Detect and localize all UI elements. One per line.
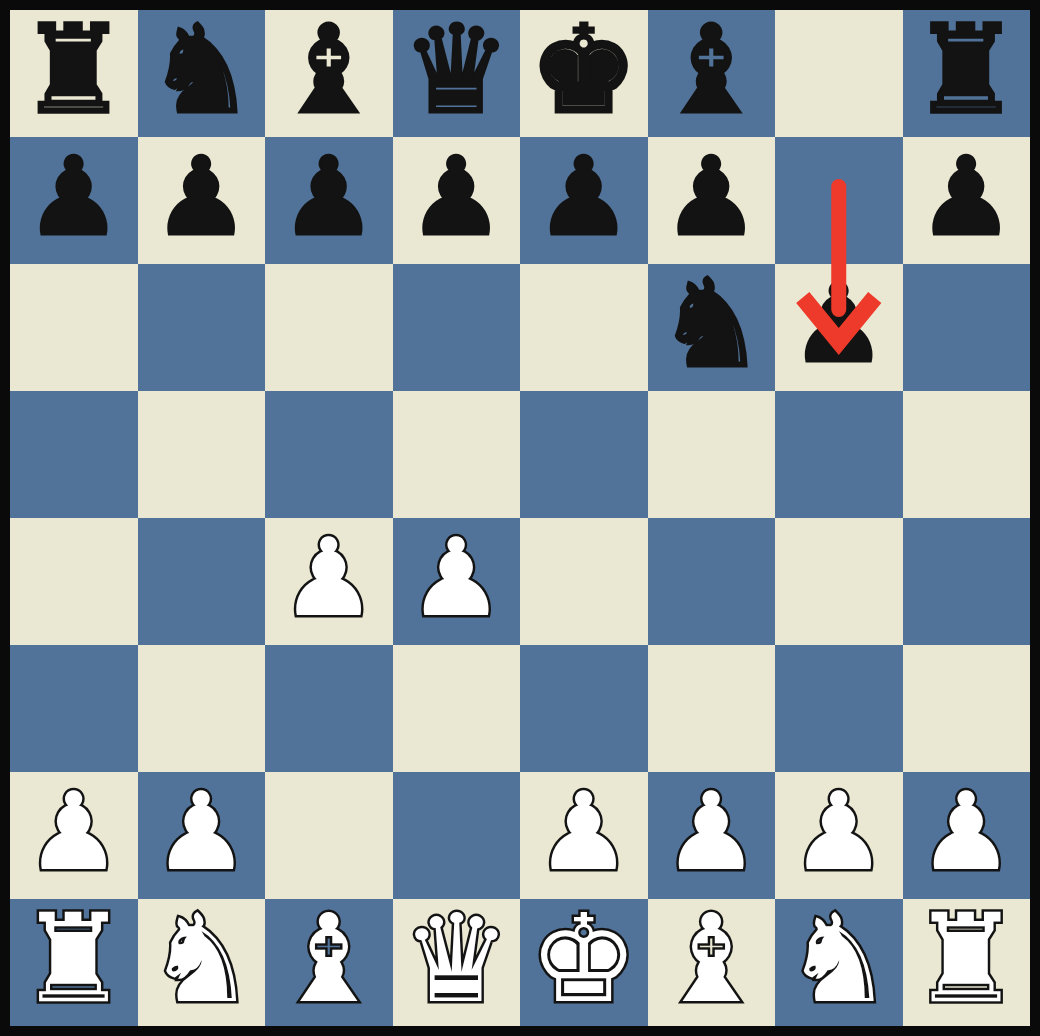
- square-g4[interactable]: [775, 518, 903, 645]
- white-pawn[interactable]: ♟: [25, 778, 122, 886]
- square-a6[interactable]: [10, 264, 138, 391]
- square-g2[interactable]: ♟: [775, 772, 903, 899]
- square-e4[interactable]: [520, 518, 648, 645]
- square-d6[interactable]: [393, 264, 521, 391]
- black-pawn[interactable]: ♟: [153, 143, 250, 251]
- square-d8[interactable]: ♛: [393, 10, 521, 137]
- black-pawn[interactable]: ♟: [25, 143, 122, 251]
- square-f7[interactable]: ♟: [648, 137, 776, 264]
- square-e7[interactable]: ♟: [520, 137, 648, 264]
- square-f3[interactable]: [648, 645, 776, 772]
- square-b4[interactable]: [138, 518, 266, 645]
- square-f6[interactable]: ♞: [648, 264, 776, 391]
- white-pawn[interactable]: ♟: [153, 778, 250, 886]
- black-bishop[interactable]: ♝: [657, 9, 766, 131]
- black-knight[interactable]: ♞: [147, 9, 256, 131]
- square-e2[interactable]: ♟: [520, 772, 648, 899]
- square-c8[interactable]: ♝: [265, 10, 393, 137]
- square-d3[interactable]: [393, 645, 521, 772]
- square-f5[interactable]: [648, 391, 776, 518]
- square-c6[interactable]: [265, 264, 393, 391]
- black-pawn[interactable]: ♟: [663, 143, 760, 251]
- square-h8[interactable]: ♜: [903, 10, 1031, 137]
- square-h4[interactable]: [903, 518, 1031, 645]
- black-pawn[interactable]: ♟: [790, 270, 887, 378]
- white-pawn[interactable]: ♟: [408, 524, 505, 632]
- square-c5[interactable]: [265, 391, 393, 518]
- square-e3[interactable]: [520, 645, 648, 772]
- square-f4[interactable]: [648, 518, 776, 645]
- white-pawn[interactable]: ♟: [918, 778, 1015, 886]
- square-c7[interactable]: ♟: [265, 137, 393, 264]
- black-rook[interactable]: ♜: [912, 9, 1021, 131]
- black-pawn[interactable]: ♟: [280, 143, 377, 251]
- square-b5[interactable]: [138, 391, 266, 518]
- square-c3[interactable]: [265, 645, 393, 772]
- square-f1[interactable]: ♝: [648, 899, 776, 1026]
- white-pawn[interactable]: ♟: [663, 778, 760, 886]
- white-rook[interactable]: ♜: [19, 898, 128, 1020]
- white-pawn[interactable]: ♟: [280, 524, 377, 632]
- black-queen[interactable]: ♛: [402, 9, 511, 131]
- black-pawn[interactable]: ♟: [535, 143, 632, 251]
- square-c2[interactable]: [265, 772, 393, 899]
- square-a5[interactable]: [10, 391, 138, 518]
- square-g8[interactable]: [775, 10, 903, 137]
- square-h5[interactable]: [903, 391, 1031, 518]
- black-knight[interactable]: ♞: [657, 263, 766, 385]
- white-knight[interactable]: ♞: [147, 898, 256, 1020]
- square-b1[interactable]: ♞: [138, 899, 266, 1026]
- square-f8[interactable]: ♝: [648, 10, 776, 137]
- square-g1[interactable]: ♞: [775, 899, 903, 1026]
- black-bishop[interactable]: ♝: [274, 9, 383, 131]
- square-h7[interactable]: ♟: [903, 137, 1031, 264]
- white-pawn[interactable]: ♟: [790, 778, 887, 886]
- square-g7[interactable]: [775, 137, 903, 264]
- square-h2[interactable]: ♟: [903, 772, 1031, 899]
- square-h3[interactable]: [903, 645, 1031, 772]
- square-d1[interactable]: ♛: [393, 899, 521, 1026]
- square-d7[interactable]: ♟: [393, 137, 521, 264]
- square-a2[interactable]: ♟: [10, 772, 138, 899]
- square-d4[interactable]: ♟: [393, 518, 521, 645]
- square-e5[interactable]: [520, 391, 648, 518]
- square-a3[interactable]: [10, 645, 138, 772]
- white-bishop[interactable]: ♝: [274, 898, 383, 1020]
- white-king[interactable]: ♚: [529, 898, 638, 1020]
- square-a4[interactable]: [10, 518, 138, 645]
- white-bishop[interactable]: ♝: [657, 898, 766, 1020]
- square-e8[interactable]: ♚: [520, 10, 648, 137]
- square-h6[interactable]: [903, 264, 1031, 391]
- square-g6[interactable]: ♟: [775, 264, 903, 391]
- black-pawn[interactable]: ♟: [918, 143, 1015, 251]
- square-b7[interactable]: ♟: [138, 137, 266, 264]
- white-knight[interactable]: ♞: [784, 898, 893, 1020]
- square-e1[interactable]: ♚: [520, 899, 648, 1026]
- chess-board: ♜♞♝♛♚♝♜♟♟♟♟♟♟♟♞♟♟♟♟♟♟♟♟♟♜♞♝♛♚♝♞♜: [0, 0, 1040, 1036]
- square-d2[interactable]: [393, 772, 521, 899]
- white-rook[interactable]: ♜: [912, 898, 1021, 1020]
- square-c4[interactable]: ♟: [265, 518, 393, 645]
- white-queen[interactable]: ♛: [402, 898, 511, 1020]
- square-c1[interactable]: ♝: [265, 899, 393, 1026]
- square-a8[interactable]: ♜: [10, 10, 138, 137]
- square-b2[interactable]: ♟: [138, 772, 266, 899]
- black-rook[interactable]: ♜: [19, 9, 128, 131]
- square-a7[interactable]: ♟: [10, 137, 138, 264]
- square-g5[interactable]: [775, 391, 903, 518]
- board-grid: ♜♞♝♛♚♝♜♟♟♟♟♟♟♟♞♟♟♟♟♟♟♟♟♟♜♞♝♛♚♝♞♜: [10, 10, 1030, 1026]
- square-b8[interactable]: ♞: [138, 10, 266, 137]
- square-f2[interactable]: ♟: [648, 772, 776, 899]
- black-pawn[interactable]: ♟: [408, 143, 505, 251]
- square-b3[interactable]: [138, 645, 266, 772]
- black-king[interactable]: ♚: [529, 9, 638, 131]
- square-e6[interactable]: [520, 264, 648, 391]
- square-a1[interactable]: ♜: [10, 899, 138, 1026]
- square-g3[interactable]: [775, 645, 903, 772]
- square-b6[interactable]: [138, 264, 266, 391]
- square-h1[interactable]: ♜: [903, 899, 1031, 1026]
- square-d5[interactable]: [393, 391, 521, 518]
- white-pawn[interactable]: ♟: [535, 778, 632, 886]
